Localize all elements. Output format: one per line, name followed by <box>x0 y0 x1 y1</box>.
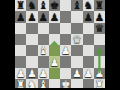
square-a7[interactable]: ♟ <box>15 11 26 22</box>
black-pawn-a7[interactable]: ♟ <box>16 12 25 23</box>
black-rook-h8[interactable]: ♜ <box>95 0 104 11</box>
square-c7[interactable]: ♟ <box>38 11 49 22</box>
black-pawn-d7[interactable]: ♟ <box>50 12 59 23</box>
black-pawn-h7[interactable]: ♟ <box>95 12 104 23</box>
square-d3[interactable]: ♟ <box>49 56 60 67</box>
square-b7[interactable]: ♟ <box>26 11 37 22</box>
white-queen-f5[interactable]: ♛ <box>72 34 81 45</box>
square-h2[interactable]: ♟ <box>94 68 105 79</box>
square-h4[interactable] <box>94 45 105 56</box>
square-f2[interactable]: ♟ <box>71 68 82 79</box>
square-f8[interactable]: ♝ <box>71 0 82 11</box>
square-e4[interactable]: ♟ <box>60 45 71 56</box>
black-knight-g8[interactable]: ♞ <box>83 0 92 11</box>
square-a6[interactable] <box>15 23 26 34</box>
square-f5[interactable]: ♛ <box>71 34 82 45</box>
square-a2[interactable]: ♟ <box>15 68 26 79</box>
chess-board[interactable]: ♜♞♝♚♝♞♜♟♟♟♟♟♟♛♛♝♟♟♟♟♟♟♟♟♜♞♝♚♜ <box>15 0 105 90</box>
white-pawn-h2[interactable]: ♟ <box>95 68 104 79</box>
square-h8[interactable]: ♜ <box>94 0 105 11</box>
square-b5[interactable] <box>26 34 37 45</box>
black-pawn-b7[interactable]: ♟ <box>27 12 36 23</box>
square-c2[interactable]: ♟ <box>38 68 49 79</box>
black-pawn-c7[interactable]: ♟ <box>38 12 47 23</box>
black-bishop-c8[interactable]: ♝ <box>38 0 47 11</box>
square-g3[interactable] <box>83 56 94 67</box>
square-e2[interactable] <box>60 68 71 79</box>
white-pawn-f2[interactable]: ♟ <box>72 68 81 79</box>
square-c5[interactable] <box>38 34 49 45</box>
square-f3[interactable] <box>71 56 82 67</box>
square-f6[interactable] <box>71 23 82 34</box>
square-c8[interactable]: ♝ <box>38 0 49 11</box>
square-g2[interactable]: ♟ <box>83 68 94 79</box>
square-g4[interactable] <box>83 45 94 56</box>
white-pawn-b2[interactable]: ♟ <box>27 68 36 79</box>
bottom-edge-bar <box>0 88 120 90</box>
white-pawn-g2[interactable]: ♟ <box>83 68 92 79</box>
square-e8[interactable] <box>60 0 71 11</box>
square-b6[interactable] <box>26 23 37 34</box>
square-d7[interactable]: ♟ <box>49 11 60 22</box>
square-c3[interactable] <box>38 56 49 67</box>
square-h5[interactable] <box>94 34 105 45</box>
square-f7[interactable] <box>71 11 82 22</box>
square-g5[interactable] <box>83 34 94 45</box>
square-g8[interactable]: ♞ <box>83 0 94 11</box>
letterbox-left <box>0 0 15 90</box>
black-knight-b8[interactable]: ♞ <box>27 0 36 11</box>
square-d6[interactable] <box>49 23 60 34</box>
square-a3[interactable] <box>15 56 26 67</box>
square-b4[interactable] <box>26 45 37 56</box>
white-bishop-c4[interactable]: ♝ <box>38 45 47 56</box>
square-c4[interactable]: ♝ <box>38 45 49 56</box>
black-pawn-g7[interactable]: ♟ <box>83 12 92 23</box>
white-pawn-e4[interactable]: ♟ <box>61 45 70 56</box>
square-e6[interactable] <box>60 23 71 34</box>
black-bishop-f8[interactable]: ♝ <box>72 0 81 11</box>
letterbox-right <box>105 0 120 90</box>
black-rook-a8[interactable]: ♜ <box>16 0 25 11</box>
square-d4[interactable] <box>49 45 60 56</box>
square-g7[interactable]: ♟ <box>83 11 94 22</box>
white-pawn-d3[interactable]: ♟ <box>50 57 59 68</box>
square-h3[interactable] <box>94 56 105 67</box>
black-queen-h6[interactable]: ♛ <box>95 23 104 34</box>
square-h6[interactable]: ♛ <box>94 23 105 34</box>
square-b8[interactable]: ♞ <box>26 0 37 11</box>
square-d5[interactable] <box>49 34 60 45</box>
black-king-d8[interactable]: ♚ <box>50 0 59 11</box>
square-g6[interactable] <box>83 23 94 34</box>
square-a5[interactable] <box>15 34 26 45</box>
square-b2[interactable]: ♟ <box>26 68 37 79</box>
square-a8[interactable]: ♜ <box>15 0 26 11</box>
square-e5[interactable] <box>60 34 71 45</box>
square-h7[interactable]: ♟ <box>94 11 105 22</box>
square-c6[interactable] <box>38 23 49 34</box>
square-d8[interactable]: ♚ <box>49 0 60 11</box>
square-b3[interactable] <box>26 56 37 67</box>
chess-app: ♜♞♝♚♝♞♜♟♟♟♟♟♟♛♛♝♟♟♟♟♟♟♟♟♜♞♝♚♜ <box>0 0 120 90</box>
white-pawn-a2[interactable]: ♟ <box>16 68 25 79</box>
square-d2[interactable] <box>49 68 60 79</box>
square-a4[interactable] <box>15 45 26 56</box>
square-e3[interactable] <box>60 56 71 67</box>
square-f4[interactable] <box>71 45 82 56</box>
square-e7[interactable] <box>60 11 71 22</box>
white-pawn-c2[interactable]: ♟ <box>38 68 47 79</box>
